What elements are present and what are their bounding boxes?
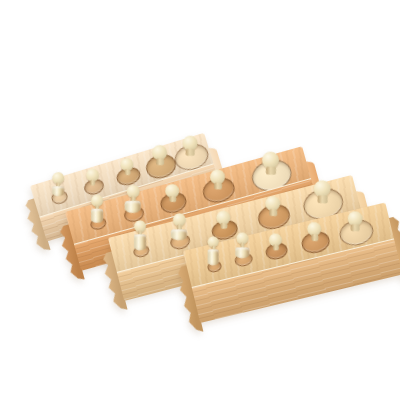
knob-stem (272, 245, 278, 251)
knobbed-cylinder (152, 146, 167, 166)
knob-stem (269, 209, 277, 216)
raised-cylinder-body (171, 229, 187, 240)
knobbed-cylinder (86, 169, 99, 186)
raised-cylinder-body (235, 248, 249, 259)
knobbed-cylinder (208, 237, 219, 266)
knob-stem (351, 225, 360, 232)
knob-stem (220, 223, 227, 229)
knobbed-cylinder (235, 233, 249, 259)
knob-stem (90, 180, 95, 186)
knob-stem (311, 234, 318, 241)
knobbed-cylinder (52, 173, 64, 197)
raised-cylinder-body (134, 235, 146, 251)
knobbed-cylinder (265, 196, 280, 216)
knob-stem (156, 159, 164, 166)
knob-stem (317, 195, 327, 203)
knob-stem (266, 167, 276, 175)
knob-stem (186, 149, 195, 156)
knobbed-cylinder (216, 211, 230, 229)
knobbed-cylinder (171, 213, 187, 240)
knob-stem (214, 182, 222, 189)
raised-cylinder-body (125, 201, 141, 213)
knobbed-cylinder (121, 159, 134, 176)
knobbed-cylinder (91, 195, 103, 223)
raised-cylinder-body (91, 209, 103, 223)
knobbed-cylinder (183, 136, 198, 156)
knobbed-cylinder (210, 169, 225, 189)
knobbed-cylinder (348, 212, 363, 232)
knobbed-cylinder (125, 185, 141, 213)
knobbed-cylinder (269, 234, 282, 251)
knobbed-cylinder (165, 184, 179, 202)
knobbed-cylinder (134, 221, 146, 251)
knobbed-cylinder (262, 152, 279, 175)
knob-stem (124, 170, 130, 176)
raised-cylinder-body (208, 250, 219, 266)
raised-cylinder-body (52, 187, 64, 197)
knobbed-cylinder (314, 180, 331, 203)
knobbed-cylinder (307, 222, 321, 241)
product-photo-scene (0, 0, 400, 400)
knob-stem (169, 196, 176, 202)
